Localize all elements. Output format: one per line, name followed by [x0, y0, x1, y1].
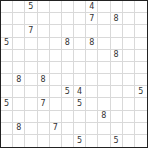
cell-r8c9[interactable] — [98, 86, 110, 98]
cell-r7c11[interactable] — [123, 74, 135, 86]
cell-r8c6[interactable]: 5 — [62, 86, 74, 98]
cell-r10c9[interactable]: 8 — [98, 111, 110, 123]
cell-r2c2[interactable] — [13, 13, 25, 25]
cell-r11c1[interactable] — [1, 123, 13, 135]
cell-r2c3[interactable] — [25, 13, 37, 25]
cell-r6c6[interactable] — [62, 62, 74, 74]
cell-r10c10[interactable] — [111, 111, 123, 123]
cell-r9c6[interactable] — [62, 98, 74, 110]
cell-r1c5[interactable] — [50, 1, 62, 13]
cell-r7c9[interactable] — [98, 74, 110, 86]
puzzle-page: 5478758888854557588755 — [0, 0, 150, 150]
cell-r12c11[interactable] — [123, 135, 135, 147]
cell-r4c7[interactable] — [74, 38, 86, 50]
cell-r10c12[interactable] — [135, 111, 147, 123]
cell-r12c6[interactable] — [62, 135, 74, 147]
cell-r2c6[interactable] — [62, 13, 74, 25]
cell-r1c9[interactable] — [98, 1, 110, 13]
cell-r11c7[interactable] — [74, 123, 86, 135]
cell-r11c11[interactable] — [123, 123, 135, 135]
cell-r5c11[interactable] — [123, 50, 135, 62]
cell-r10c11[interactable] — [123, 111, 135, 123]
cell-r7c2[interactable]: 8 — [13, 74, 25, 86]
cell-r6c11[interactable] — [123, 62, 135, 74]
cell-r3c3[interactable]: 7 — [25, 25, 37, 37]
cell-r6c7[interactable] — [74, 62, 86, 74]
cell-r8c8[interactable] — [86, 86, 98, 98]
cell-r3c8[interactable] — [86, 25, 98, 37]
cell-r6c5[interactable] — [50, 62, 62, 74]
cell-r12c7[interactable]: 5 — [74, 135, 86, 147]
cell-r6c2[interactable] — [13, 62, 25, 74]
cell-r5c7[interactable] — [74, 50, 86, 62]
cell-r11c6[interactable] — [62, 123, 74, 135]
cell-r12c5[interactable] — [50, 135, 62, 147]
cell-r6c10[interactable] — [111, 62, 123, 74]
cell-r10c5[interactable] — [50, 111, 62, 123]
cell-r3c6[interactable] — [62, 25, 74, 37]
cell-r9c10[interactable] — [111, 98, 123, 110]
cell-r4c12[interactable] — [135, 38, 147, 50]
cell-r5c5[interactable] — [50, 50, 62, 62]
cell-r11c3[interactable] — [25, 123, 37, 135]
cell-r11c4[interactable] — [38, 123, 50, 135]
cell-r10c4[interactable] — [38, 111, 50, 123]
cell-r5c9[interactable] — [98, 50, 110, 62]
cell-r12c9[interactable] — [98, 135, 110, 147]
cell-r10c2[interactable] — [13, 111, 25, 123]
cell-r2c10[interactable]: 8 — [111, 13, 123, 25]
cell-r2c5[interactable] — [50, 13, 62, 25]
cell-r12c4[interactable] — [38, 135, 50, 147]
cell-r4c6[interactable]: 8 — [62, 38, 74, 50]
cell-r4c10[interactable] — [111, 38, 123, 50]
cell-r12c3[interactable] — [25, 135, 37, 147]
cell-r7c12[interactable] — [135, 74, 147, 86]
cell-r7c5[interactable] — [50, 74, 62, 86]
cell-r10c3[interactable] — [25, 111, 37, 123]
cell-r11c10[interactable] — [111, 123, 123, 135]
cell-r11c8[interactable] — [86, 123, 98, 135]
cell-r3c5[interactable] — [50, 25, 62, 37]
cell-r9c8[interactable] — [86, 98, 98, 110]
cell-r7c3[interactable] — [25, 74, 37, 86]
cell-r1c7[interactable] — [74, 1, 86, 13]
cell-r5c4[interactable] — [38, 50, 50, 62]
cell-r7c8[interactable] — [86, 74, 98, 86]
cell-r10c1[interactable] — [1, 111, 13, 123]
cell-r6c3[interactable] — [25, 62, 37, 74]
cell-r6c4[interactable] — [38, 62, 50, 74]
cell-r11c2[interactable]: 8 — [13, 123, 25, 135]
cell-r6c8[interactable] — [86, 62, 98, 74]
cell-r8c11[interactable] — [123, 86, 135, 98]
cell-r5c6[interactable] — [62, 50, 74, 62]
cell-r12c10[interactable]: 5 — [111, 135, 123, 147]
cell-r1c10[interactable] — [111, 1, 123, 13]
cell-r3c1[interactable] — [1, 25, 13, 37]
cell-r11c5[interactable]: 7 — [50, 123, 62, 135]
cell-r7c6[interactable] — [62, 74, 74, 86]
cell-r3c10[interactable] — [111, 25, 123, 37]
puzzle-board: 5478758888854557588755 — [0, 0, 148, 148]
cell-r12c1[interactable] — [1, 135, 13, 147]
cell-r2c9[interactable] — [98, 13, 110, 25]
cell-r12c2[interactable] — [13, 135, 25, 147]
cell-r3c2[interactable] — [13, 25, 25, 37]
cell-r4c5[interactable] — [50, 38, 62, 50]
cell-r9c2[interactable] — [13, 98, 25, 110]
cell-r8c2[interactable] — [13, 86, 25, 98]
cell-r8c3[interactable] — [25, 86, 37, 98]
cell-r1c11[interactable] — [123, 1, 135, 13]
cell-r6c1[interactable] — [1, 62, 13, 74]
cell-r1c1[interactable] — [1, 1, 13, 13]
cell-r8c12[interactable]: 5 — [135, 86, 147, 98]
cell-r5c3[interactable] — [25, 50, 37, 62]
cell-r9c3[interactable] — [25, 98, 37, 110]
cell-r2c7[interactable] — [74, 13, 86, 25]
cell-r4c8[interactable]: 8 — [86, 38, 98, 50]
cell-r6c9[interactable] — [98, 62, 110, 74]
cell-r11c9[interactable] — [98, 123, 110, 135]
cell-r1c6[interactable] — [62, 1, 74, 13]
cell-r12c8[interactable] — [86, 135, 98, 147]
cell-r9c1[interactable]: 5 — [1, 98, 13, 110]
cell-r8c4[interactable] — [38, 86, 50, 98]
cell-r1c4[interactable] — [38, 1, 50, 13]
cell-r1c12[interactable] — [135, 1, 147, 13]
cell-r2c1[interactable] — [1, 13, 13, 25]
cell-r6c12[interactable] — [135, 62, 147, 74]
cell-r5c8[interactable] — [86, 50, 98, 62]
cell-r7c4[interactable]: 8 — [38, 74, 50, 86]
cell-r4c3[interactable] — [25, 38, 37, 50]
cell-r8c7[interactable]: 4 — [74, 86, 86, 98]
cell-r9c11[interactable] — [123, 98, 135, 110]
cell-r7c1[interactable] — [1, 74, 13, 86]
cell-r12c12[interactable] — [135, 135, 147, 147]
cell-r9c4[interactable]: 7 — [38, 98, 50, 110]
cell-r3c11[interactable] — [123, 25, 135, 37]
cell-r1c3[interactable]: 5 — [25, 1, 37, 13]
cell-r4c2[interactable] — [13, 38, 25, 50]
cell-r2c12[interactable] — [135, 13, 147, 25]
cell-r10c8[interactable] — [86, 111, 98, 123]
cell-r4c4[interactable] — [38, 38, 50, 50]
cell-r4c1[interactable]: 5 — [1, 38, 13, 50]
cell-r8c1[interactable] — [1, 86, 13, 98]
cell-r1c2[interactable] — [13, 1, 25, 13]
cell-r1c8[interactable]: 4 — [86, 1, 98, 13]
cell-r3c4[interactable] — [38, 25, 50, 37]
cell-r8c10[interactable] — [111, 86, 123, 98]
cell-r2c8[interactable]: 7 — [86, 13, 98, 25]
cell-r10c7[interactable] — [74, 111, 86, 123]
cell-r8c5[interactable] — [50, 86, 62, 98]
cell-r4c9[interactable] — [98, 38, 110, 50]
cell-r9c7[interactable]: 5 — [74, 98, 86, 110]
cell-r10c6[interactable] — [62, 111, 74, 123]
cell-r3c9[interactable] — [98, 25, 110, 37]
cell-r5c12[interactable] — [135, 50, 147, 62]
cell-r5c1[interactable] — [1, 50, 13, 62]
cell-r2c4[interactable] — [38, 13, 50, 25]
cell-r7c7[interactable] — [74, 74, 86, 86]
cell-r2c11[interactable] — [123, 13, 135, 25]
cell-r3c7[interactable] — [74, 25, 86, 37]
cell-r5c10[interactable]: 8 — [111, 50, 123, 62]
cell-r7c10[interactable] — [111, 74, 123, 86]
cell-r3c12[interactable] — [135, 25, 147, 37]
cell-r9c9[interactable] — [98, 98, 110, 110]
cell-r5c2[interactable] — [13, 50, 25, 62]
cell-r11c12[interactable] — [135, 123, 147, 135]
cell-r9c5[interactable] — [50, 98, 62, 110]
cell-r9c12[interactable] — [135, 98, 147, 110]
cell-r4c11[interactable] — [123, 38, 135, 50]
